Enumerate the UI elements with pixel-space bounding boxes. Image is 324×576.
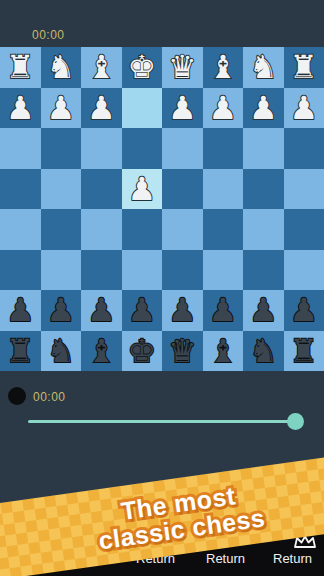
- square-b5[interactable]: [243, 209, 284, 250]
- square-b3[interactable]: [243, 128, 284, 169]
- black-b-piece: ♝: [87, 331, 116, 372]
- square-e3[interactable]: [122, 128, 163, 169]
- square-a4[interactable]: [284, 169, 324, 210]
- square-d3[interactable]: [162, 128, 203, 169]
- square-g5[interactable]: [41, 209, 82, 250]
- square-e8[interactable]: ♚: [122, 331, 163, 372]
- square-f4[interactable]: [81, 169, 122, 210]
- square-a7[interactable]: ♟: [284, 290, 324, 331]
- square-c3[interactable]: [203, 128, 244, 169]
- square-e1[interactable]: ♚: [122, 47, 163, 88]
- square-c6[interactable]: [203, 250, 244, 291]
- square-h4[interactable]: [0, 169, 41, 210]
- chess-board: ♜♞♝♚♛♝♞♜♟♟♟♟♟♟♟♟♟♟♟♟♟♟♟♟♜♞♝♚♛♝♞♜: [0, 47, 324, 371]
- square-c2[interactable]: ♟: [203, 88, 244, 129]
- square-a3[interactable]: [284, 128, 324, 169]
- square-c1[interactable]: ♝: [203, 47, 244, 88]
- square-f8[interactable]: ♝: [81, 331, 122, 372]
- square-f5[interactable]: [81, 209, 122, 250]
- square-h8[interactable]: ♜: [0, 331, 41, 372]
- square-a6[interactable]: [284, 250, 324, 291]
- square-h3[interactable]: [0, 128, 41, 169]
- square-d2[interactable]: ♟: [162, 88, 203, 129]
- square-g3[interactable]: [41, 128, 82, 169]
- black-p-piece: ♟: [6, 290, 35, 331]
- white-b-piece: ♝: [87, 47, 116, 88]
- black-n-piece: ♞: [46, 331, 75, 372]
- square-f2[interactable]: ♟: [81, 88, 122, 129]
- square-b4[interactable]: [243, 169, 284, 210]
- square-g2[interactable]: ♟: [41, 88, 82, 129]
- white-p-piece: ♟: [208, 88, 237, 129]
- square-d7[interactable]: ♟: [162, 290, 203, 331]
- square-b1[interactable]: ♞: [243, 47, 284, 88]
- return-button[interactable]: Return: [206, 551, 245, 566]
- square-c8[interactable]: ♝: [203, 331, 244, 372]
- square-f1[interactable]: ♝: [81, 47, 122, 88]
- black-n-piece: ♞: [249, 331, 278, 372]
- square-h2[interactable]: ♟: [0, 88, 41, 129]
- black-r-piece: ♜: [6, 331, 35, 372]
- square-e4[interactable]: ♟: [122, 169, 163, 210]
- square-g1[interactable]: ♞: [41, 47, 82, 88]
- white-r-piece: ♜: [289, 47, 318, 88]
- black-p-piece: ♟: [249, 290, 278, 331]
- square-c4[interactable]: [203, 169, 244, 210]
- white-p-piece: ♟: [127, 169, 156, 210]
- square-d6[interactable]: [162, 250, 203, 291]
- square-h5[interactable]: [0, 209, 41, 250]
- white-b-piece: ♝: [208, 47, 237, 88]
- square-a2[interactable]: ♟: [284, 88, 324, 129]
- black-p-piece: ♟: [289, 290, 318, 331]
- square-d1[interactable]: ♛: [162, 47, 203, 88]
- black-p-piece: ♟: [208, 290, 237, 331]
- square-b7[interactable]: ♟: [243, 290, 284, 331]
- top-player-timer: 00:00: [32, 28, 65, 42]
- square-e5[interactable]: [122, 209, 163, 250]
- black-r-piece: ♜: [289, 331, 318, 372]
- black-k-piece: ♚: [127, 331, 156, 372]
- square-b6[interactable]: [243, 250, 284, 291]
- square-e7[interactable]: ♟: [122, 290, 163, 331]
- replay-slider-thumb[interactable]: [287, 413, 304, 430]
- square-a8[interactable]: ♜: [284, 331, 324, 372]
- white-k-piece: ♚: [127, 47, 156, 88]
- chess-app-screen: 00:00 ♜♞♝♚♛♝♞♜♟♟♟♟♟♟♟♟♟♟♟♟♟♟♟♟♜♞♝♚♛♝♞♜ 0…: [0, 0, 324, 576]
- white-n-piece: ♞: [46, 47, 75, 88]
- square-b8[interactable]: ♞: [243, 331, 284, 372]
- square-h7[interactable]: ♟: [0, 290, 41, 331]
- replay-slider-track[interactable]: [28, 420, 296, 423]
- return-button[interactable]: Return: [273, 551, 312, 566]
- white-q-piece: ♛: [168, 47, 197, 88]
- bottom-player-timer: 00:00: [33, 390, 66, 404]
- square-e6[interactable]: [122, 250, 163, 291]
- square-b2[interactable]: ♟: [243, 88, 284, 129]
- bottom-player-avatar-dot: [8, 387, 26, 405]
- black-q-piece: ♛: [168, 331, 197, 372]
- square-h6[interactable]: [0, 250, 41, 291]
- square-f6[interactable]: [81, 250, 122, 291]
- square-g6[interactable]: [41, 250, 82, 291]
- white-p-piece: ♟: [249, 88, 278, 129]
- black-b-piece: ♝: [208, 331, 237, 372]
- square-d4[interactable]: [162, 169, 203, 210]
- white-p-piece: ♟: [168, 88, 197, 129]
- white-n-piece: ♞: [249, 47, 278, 88]
- square-g8[interactable]: ♞: [41, 331, 82, 372]
- square-h1[interactable]: ♜: [0, 47, 41, 88]
- white-r-piece: ♜: [6, 47, 35, 88]
- square-c5[interactable]: [203, 209, 244, 250]
- black-p-piece: ♟: [168, 290, 197, 331]
- square-d8[interactable]: ♛: [162, 331, 203, 372]
- square-e2[interactable]: [122, 88, 163, 129]
- square-d5[interactable]: [162, 209, 203, 250]
- square-g7[interactable]: ♟: [41, 290, 82, 331]
- black-p-piece: ♟: [127, 290, 156, 331]
- black-p-piece: ♟: [87, 290, 116, 331]
- square-a5[interactable]: [284, 209, 324, 250]
- square-f7[interactable]: ♟: [81, 290, 122, 331]
- square-c7[interactable]: ♟: [203, 290, 244, 331]
- white-p-piece: ♟: [87, 88, 116, 129]
- white-p-piece: ♟: [289, 88, 318, 129]
- square-g4[interactable]: [41, 169, 82, 210]
- white-p-piece: ♟: [6, 88, 35, 129]
- square-a1[interactable]: ♜: [284, 47, 324, 88]
- white-p-piece: ♟: [46, 88, 75, 129]
- black-p-piece: ♟: [46, 290, 75, 331]
- square-f3[interactable]: [81, 128, 122, 169]
